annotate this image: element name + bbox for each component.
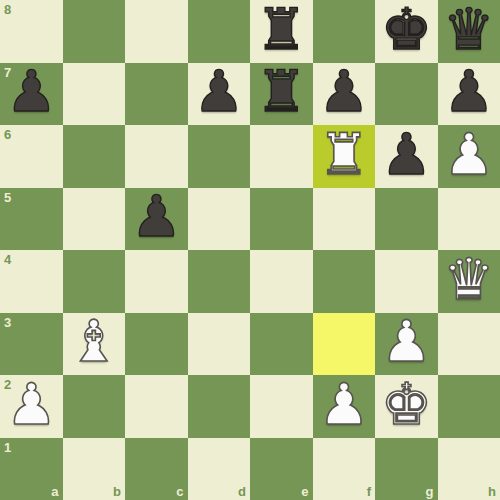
- file-label-c: c: [176, 485, 183, 498]
- square-f8[interactable]: [313, 0, 376, 63]
- square-c8[interactable]: [125, 0, 188, 63]
- square-f3[interactable]: [313, 313, 376, 376]
- square-b8[interactable]: [63, 0, 126, 63]
- piece-black-rook[interactable]: ♜: [256, 1, 307, 58]
- square-h2[interactable]: [438, 375, 500, 438]
- square-h6[interactable]: ♟: [438, 125, 500, 188]
- square-a3[interactable]: 3: [0, 313, 63, 376]
- square-c1[interactable]: c: [125, 438, 188, 500]
- rank-label-8: 8: [4, 3, 11, 16]
- piece-white-pawn[interactable]: ♟: [443, 126, 494, 183]
- square-d7[interactable]: ♟: [188, 63, 251, 126]
- rank-label-3: 3: [4, 316, 11, 329]
- piece-black-queen[interactable]: ♛: [443, 1, 494, 58]
- piece-black-pawn[interactable]: ♟: [381, 126, 432, 183]
- square-b6[interactable]: [63, 125, 126, 188]
- square-d6[interactable]: [188, 125, 251, 188]
- square-c3[interactable]: [125, 313, 188, 376]
- file-label-f: f: [367, 485, 371, 498]
- file-label-h: h: [488, 485, 496, 498]
- square-g8[interactable]: ♚: [375, 0, 438, 63]
- square-a8[interactable]: 8: [0, 0, 63, 63]
- square-d2[interactable]: [188, 375, 251, 438]
- square-f7[interactable]: ♟: [313, 63, 376, 126]
- piece-white-bishop[interactable]: ♝: [68, 313, 119, 370]
- piece-black-pawn[interactable]: ♟: [443, 63, 494, 120]
- square-f4[interactable]: [313, 250, 376, 313]
- piece-black-rook[interactable]: ♜: [256, 63, 307, 120]
- file-label-e: e: [301, 485, 308, 498]
- square-e3[interactable]: [250, 313, 313, 376]
- square-f2[interactable]: ♟: [313, 375, 376, 438]
- square-b7[interactable]: [63, 63, 126, 126]
- square-a5[interactable]: 5: [0, 188, 63, 251]
- square-h1[interactable]: h: [438, 438, 500, 500]
- square-a7[interactable]: 7♟: [0, 63, 63, 126]
- chess-board: 8♜♚♛7♟♟♜♟♟6♜♟♟5♟4♛3♝♟2♟♟♚1abcdefgh: [0, 0, 500, 500]
- rank-label-6: 6: [4, 128, 11, 141]
- rank-label-5: 5: [4, 191, 11, 204]
- square-g4[interactable]: [375, 250, 438, 313]
- square-a2[interactable]: 2♟: [0, 375, 63, 438]
- file-label-b: b: [113, 485, 121, 498]
- square-e6[interactable]: [250, 125, 313, 188]
- square-e2[interactable]: [250, 375, 313, 438]
- square-f5[interactable]: [313, 188, 376, 251]
- square-e8[interactable]: ♜: [250, 0, 313, 63]
- square-d8[interactable]: [188, 0, 251, 63]
- rank-label-4: 4: [4, 253, 11, 266]
- piece-black-pawn[interactable]: ♟: [131, 188, 182, 245]
- square-a6[interactable]: 6: [0, 125, 63, 188]
- square-b5[interactable]: [63, 188, 126, 251]
- file-label-g: g: [426, 485, 434, 498]
- square-d3[interactable]: [188, 313, 251, 376]
- square-b3[interactable]: ♝: [63, 313, 126, 376]
- piece-white-king[interactable]: ♚: [381, 376, 432, 433]
- square-h7[interactable]: ♟: [438, 63, 500, 126]
- square-f6[interactable]: ♜: [313, 125, 376, 188]
- square-g5[interactable]: [375, 188, 438, 251]
- piece-white-queen[interactable]: ♛: [443, 251, 494, 308]
- square-g2[interactable]: ♚: [375, 375, 438, 438]
- square-e5[interactable]: [250, 188, 313, 251]
- piece-black-king[interactable]: ♚: [381, 1, 432, 58]
- piece-black-pawn[interactable]: ♟: [193, 63, 244, 120]
- square-c5[interactable]: ♟: [125, 188, 188, 251]
- square-h4[interactable]: ♛: [438, 250, 500, 313]
- square-g6[interactable]: ♟: [375, 125, 438, 188]
- square-g1[interactable]: g: [375, 438, 438, 500]
- square-e7[interactable]: ♜: [250, 63, 313, 126]
- square-c2[interactable]: [125, 375, 188, 438]
- square-g3[interactable]: ♟: [375, 313, 438, 376]
- square-d4[interactable]: [188, 250, 251, 313]
- square-b4[interactable]: [63, 250, 126, 313]
- piece-white-rook[interactable]: ♜: [318, 126, 369, 183]
- square-c6[interactable]: [125, 125, 188, 188]
- piece-white-pawn[interactable]: ♟: [381, 313, 432, 370]
- square-c4[interactable]: [125, 250, 188, 313]
- square-a4[interactable]: 4: [0, 250, 63, 313]
- square-h8[interactable]: ♛: [438, 0, 500, 63]
- piece-black-pawn[interactable]: ♟: [318, 63, 369, 120]
- square-g7[interactable]: [375, 63, 438, 126]
- square-h5[interactable]: [438, 188, 500, 251]
- square-h3[interactable]: [438, 313, 500, 376]
- square-b1[interactable]: b: [63, 438, 126, 500]
- piece-white-pawn[interactable]: ♟: [318, 376, 369, 433]
- square-d1[interactable]: d: [188, 438, 251, 500]
- square-c7[interactable]: [125, 63, 188, 126]
- square-e4[interactable]: [250, 250, 313, 313]
- square-e1[interactable]: e: [250, 438, 313, 500]
- chess-board-container: 8♜♚♛7♟♟♜♟♟6♜♟♟5♟4♛3♝♟2♟♟♚1abcdefgh: [0, 0, 500, 500]
- rank-label-1: 1: [4, 441, 11, 454]
- piece-white-pawn[interactable]: ♟: [6, 376, 57, 433]
- square-d5[interactable]: [188, 188, 251, 251]
- square-a1[interactable]: 1a: [0, 438, 63, 500]
- square-b2[interactable]: [63, 375, 126, 438]
- file-label-d: d: [238, 485, 246, 498]
- piece-black-pawn[interactable]: ♟: [6, 63, 57, 120]
- square-f1[interactable]: f: [313, 438, 376, 500]
- file-label-a: a: [51, 485, 58, 498]
